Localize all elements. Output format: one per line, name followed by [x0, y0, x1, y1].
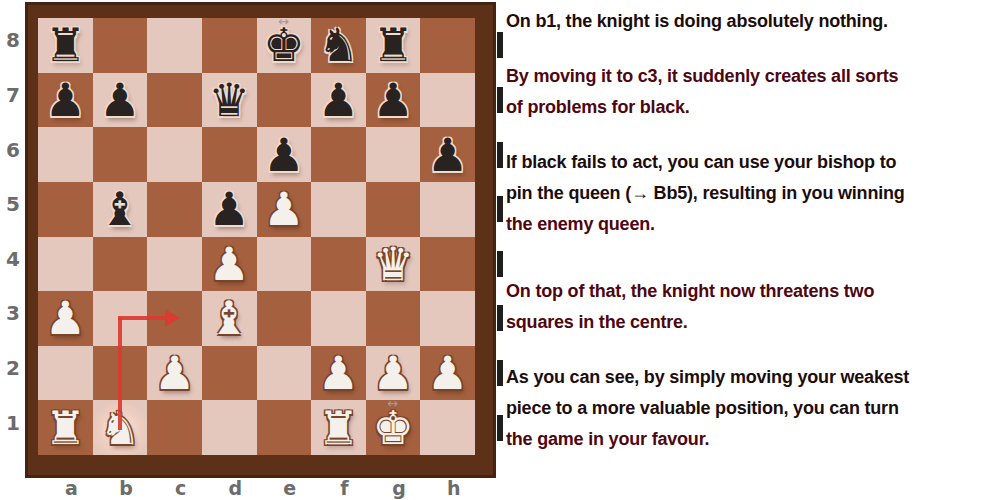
square-c8[interactable]: [147, 18, 202, 73]
king-cross-marker: ↔: [388, 397, 399, 410]
square-a4[interactable]: [38, 237, 93, 292]
square-h6[interactable]: ♟: [420, 127, 475, 182]
file-label-c: c: [170, 477, 192, 499]
piece-black-pawn-h6[interactable]: ♟: [427, 132, 468, 178]
piece-white-pawn-g2[interactable]: ♟: [372, 350, 413, 396]
rank-label-3: 3: [2, 301, 24, 325]
square-a2[interactable]: [38, 346, 93, 401]
square-f1[interactable]: ♜: [311, 400, 366, 455]
piece-white-pawn-d4[interactable]: ♟: [209, 241, 250, 287]
lesson-line-emphasis: squares in the centre.: [506, 307, 996, 338]
piece-white-queen-g4[interactable]: ♛: [372, 241, 413, 287]
lesson-line-emphasis: the enemy queen.: [506, 209, 996, 240]
square-f8[interactable]: ♞: [311, 18, 366, 73]
square-a3[interactable]: ♟: [38, 291, 93, 346]
square-b4[interactable]: [93, 237, 148, 292]
rank-label-6: 6: [2, 138, 24, 162]
lesson-paragraph-3: If black fails to act, you can use your …: [506, 147, 996, 240]
square-f7[interactable]: ♟: [311, 73, 366, 128]
square-h8[interactable]: [420, 18, 475, 73]
lesson-line: If black fails to act, you can use your …: [506, 147, 996, 178]
square-g3[interactable]: [366, 291, 421, 346]
square-b3[interactable]: [93, 291, 148, 346]
rank-label-8: 8: [2, 28, 24, 52]
square-g6[interactable]: [366, 127, 421, 182]
square-f4[interactable]: [311, 237, 366, 292]
file-label-a: a: [60, 477, 82, 499]
square-d2[interactable]: [202, 346, 257, 401]
square-g2[interactable]: ♟: [366, 346, 421, 401]
chess-board-frame: ♜♚↔♞♜♟♟♛♟♟♟♟♝♟♟♟♛♟♝♟♟♟♟♜♞♜♚↔: [25, 2, 496, 478]
square-c3[interactable]: [147, 291, 202, 346]
file-label-d: d: [224, 477, 246, 499]
lesson-line: On b1, the knight is doing absolutely no…: [506, 6, 996, 37]
square-e1[interactable]: [257, 400, 312, 455]
piece-white-pawn-f2[interactable]: ♟: [318, 350, 359, 396]
square-h2[interactable]: ♟: [420, 346, 475, 401]
lesson-line: As you can see, by simply moving your we…: [506, 362, 996, 393]
piece-black-pawn-b7[interactable]: ♟: [99, 77, 140, 123]
square-h5[interactable]: [420, 182, 475, 237]
square-e2[interactable]: [257, 346, 312, 401]
chess-board[interactable]: ♜♚↔♞♜♟♟♛♟♟♟♟♝♟♟♟♛♟♝♟♟♟♟♜♞♜♚↔: [38, 18, 475, 455]
square-g7[interactable]: ♟: [366, 73, 421, 128]
piece-black-pawn-a7[interactable]: ♟: [45, 77, 86, 123]
square-f3[interactable]: [311, 291, 366, 346]
square-a8[interactable]: ♜: [38, 18, 93, 73]
square-e5[interactable]: ♟: [257, 182, 312, 237]
piece-black-pawn-g7[interactable]: ♟: [372, 77, 413, 123]
square-h4[interactable]: [420, 237, 475, 292]
square-a5[interactable]: [38, 182, 93, 237]
right-edge-tab: [497, 142, 503, 168]
lesson-line-emphasis: the game in your favour.: [506, 424, 996, 455]
piece-black-king-e8[interactable]: ♚: [263, 22, 304, 68]
square-a7[interactable]: ♟: [38, 73, 93, 128]
square-a6[interactable]: [38, 127, 93, 182]
square-b6[interactable]: [93, 127, 148, 182]
square-g4[interactable]: ♛: [366, 237, 421, 292]
square-g5[interactable]: [366, 182, 421, 237]
rank-label-2: 2: [2, 356, 24, 380]
square-b5[interactable]: ♝: [93, 182, 148, 237]
square-e3[interactable]: [257, 291, 312, 346]
square-d1[interactable]: [202, 400, 257, 455]
square-d5[interactable]: ♟: [202, 182, 257, 237]
file-label-h: h: [443, 477, 465, 499]
file-label-g: g: [388, 477, 410, 499]
rank-label-5: 5: [2, 192, 24, 216]
piece-black-bishop-b5[interactable]: ♝: [99, 186, 140, 232]
square-b7[interactable]: ♟: [93, 73, 148, 128]
lesson-paragraph-2: By moving it to c3, it suddenly creates …: [506, 61, 996, 123]
lesson-paragraph-5: As you can see, by simply moving your we…: [506, 362, 996, 455]
square-b8[interactable]: [93, 18, 148, 73]
square-d7[interactable]: ♛: [202, 73, 257, 128]
square-f6[interactable]: [311, 127, 366, 182]
square-e4[interactable]: [257, 237, 312, 292]
lesson-line: pin the queen (→ Bb5), resulting in you …: [506, 178, 996, 209]
lesson-text: On b1, the knight is doing absolutely no…: [506, 6, 996, 479]
square-c5[interactable]: [147, 182, 202, 237]
square-b2[interactable]: [93, 346, 148, 401]
chess-lesson-slide: ♜♚↔♞♜♟♟♛♟♟♟♟♝♟♟♟♛♟♝♟♟♟♟♜♞♜♚↔ 87654321abc…: [0, 0, 1000, 500]
square-e6[interactable]: ♟: [257, 127, 312, 182]
right-edge-tab: [497, 251, 503, 277]
lesson-paragraph-4: On top of that, the knight now threatens…: [506, 276, 996, 338]
file-label-f: f: [333, 477, 355, 499]
square-d4[interactable]: ♟: [202, 237, 257, 292]
piece-white-knight-b1[interactable]: ♞: [99, 405, 140, 451]
file-label-b: b: [115, 477, 137, 499]
piece-black-knight-f8[interactable]: ♞: [318, 22, 359, 68]
square-d8[interactable]: [202, 18, 257, 73]
square-c4[interactable]: [147, 237, 202, 292]
square-d6[interactable]: [202, 127, 257, 182]
piece-black-rook-g8[interactable]: ♜: [372, 22, 413, 68]
right-edge-tab: [497, 196, 503, 222]
lesson-paragraph-1: On b1, the knight is doing absolutely no…: [506, 6, 996, 37]
square-a1[interactable]: ♜: [38, 400, 93, 455]
rank-label-1: 1: [2, 411, 24, 435]
piece-black-pawn-f7[interactable]: ♟: [318, 77, 359, 123]
piece-black-rook-a8[interactable]: ♜: [45, 22, 86, 68]
piece-black-queen-d7[interactable]: ♛: [209, 77, 250, 123]
lesson-line-emphasis: of problems for black.: [506, 92, 996, 123]
piece-white-rook-a1[interactable]: ♜: [45, 405, 86, 451]
square-b1[interactable]: ♞: [93, 400, 148, 455]
right-edge-tab: [497, 415, 503, 441]
piece-white-pawn-a3[interactable]: ♟: [45, 295, 86, 341]
square-g1[interactable]: ♚↔: [366, 400, 421, 455]
square-e7[interactable]: [257, 73, 312, 128]
lesson-line-emphasis: By moving it to c3, it suddenly creates …: [506, 61, 996, 92]
square-h1[interactable]: [420, 400, 475, 455]
square-c1[interactable]: [147, 400, 202, 455]
square-c6[interactable]: [147, 127, 202, 182]
square-d3[interactable]: ♝: [202, 291, 257, 346]
square-h7[interactable]: [420, 73, 475, 128]
piece-black-pawn-e6[interactable]: ♟: [263, 132, 304, 178]
file-label-e: e: [279, 477, 301, 499]
rank-label-7: 7: [2, 83, 24, 107]
rank-label-4: 4: [2, 247, 24, 271]
king-cross-marker: ↔: [278, 15, 289, 28]
piece-black-pawn-d5[interactable]: ♟: [209, 186, 250, 232]
right-edge-tab: [497, 360, 503, 386]
piece-white-bishop-d3[interactable]: ♝: [209, 295, 250, 341]
right-edge-tab: [497, 32, 503, 58]
piece-white-king-g1[interactable]: ♚: [372, 405, 413, 451]
piece-white-pawn-c2[interactable]: ♟: [154, 350, 195, 396]
right-edge-tab: [497, 305, 503, 331]
square-e8[interactable]: ♚↔: [257, 18, 312, 73]
right-edge-tab: [497, 87, 503, 113]
square-f5[interactable]: [311, 182, 366, 237]
piece-white-pawn-e5[interactable]: ♟: [263, 186, 304, 232]
piece-white-pawn-h2[interactable]: ♟: [427, 350, 468, 396]
lesson-line: piece to a more valuable position, you c…: [506, 393, 996, 424]
square-g8[interactable]: ♜: [366, 18, 421, 73]
square-c7[interactable]: [147, 73, 202, 128]
square-c2[interactable]: ♟: [147, 346, 202, 401]
square-h3[interactable]: [420, 291, 475, 346]
lesson-line-emphasis: On top of that, the knight now threatens…: [506, 276, 996, 307]
square-f2[interactable]: ♟: [311, 346, 366, 401]
piece-white-rook-f1[interactable]: ♜: [318, 405, 359, 451]
